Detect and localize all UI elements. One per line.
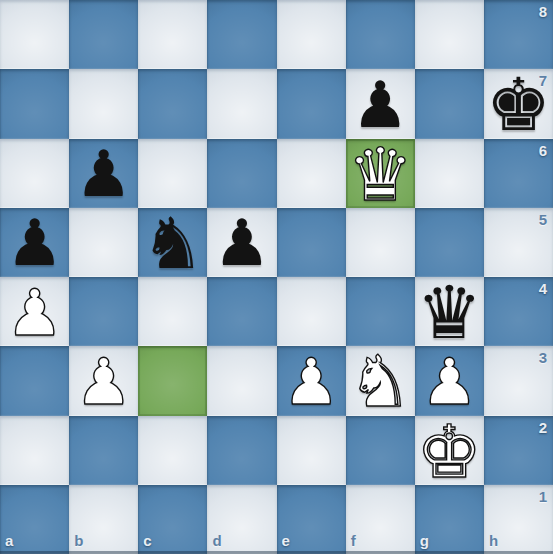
square-a7[interactable] [0, 69, 69, 138]
square-b7[interactable] [69, 69, 138, 138]
square-b2[interactable] [69, 416, 138, 485]
square-a6[interactable] [0, 139, 69, 208]
square-h7[interactable]: 7♚ [484, 69, 553, 138]
square-c8[interactable] [138, 0, 207, 69]
square-a1[interactable]: a [0, 485, 69, 554]
square-h1[interactable]: 1h [484, 485, 553, 554]
white-queen[interactable]: ♛ [347, 139, 412, 208]
square-e2[interactable] [277, 416, 346, 485]
black-pawn[interactable]: ♟ [75, 142, 132, 206]
square-b3[interactable]: ♟ [69, 346, 138, 415]
black-knight[interactable]: ♞ [141, 208, 205, 277]
square-b5[interactable] [69, 208, 138, 277]
square-f2[interactable] [346, 416, 415, 485]
square-c3[interactable] [138, 346, 207, 415]
rank-label-3: 3 [539, 350, 547, 365]
square-b6[interactable]: ♟ [69, 139, 138, 208]
square-a2[interactable] [0, 416, 69, 485]
file-label-a: a [5, 533, 13, 548]
square-d8[interactable] [207, 0, 276, 69]
square-f5[interactable] [346, 208, 415, 277]
square-f7[interactable]: ♟ [346, 69, 415, 138]
square-g6[interactable] [415, 139, 484, 208]
square-f3[interactable]: ♞ [346, 346, 415, 415]
rank-label-4: 4 [539, 281, 547, 296]
square-d7[interactable] [207, 69, 276, 138]
square-e3[interactable]: ♟ [277, 346, 346, 415]
square-h2[interactable]: 2 [484, 416, 553, 485]
square-d4[interactable] [207, 277, 276, 346]
file-label-e: e [282, 533, 290, 548]
square-g2[interactable]: ♚ [415, 416, 484, 485]
square-e8[interactable] [277, 0, 346, 69]
file-label-c: c [143, 533, 151, 548]
square-a4[interactable]: ♟ [0, 277, 69, 346]
white-king[interactable]: ♚ [417, 416, 482, 485]
square-d6[interactable] [207, 139, 276, 208]
black-pawn[interactable]: ♟ [6, 211, 63, 275]
square-g5[interactable] [415, 208, 484, 277]
square-g1[interactable]: g [415, 485, 484, 554]
white-pawn[interactable]: ♟ [421, 350, 478, 414]
square-e6[interactable] [277, 139, 346, 208]
square-b4[interactable] [69, 277, 138, 346]
square-e1[interactable]: e [277, 485, 346, 554]
square-g8[interactable] [415, 0, 484, 69]
square-d3[interactable] [207, 346, 276, 415]
square-h3[interactable]: 3 [484, 346, 553, 415]
square-h8[interactable]: 8 [484, 0, 553, 69]
square-f1[interactable]: f [346, 485, 415, 554]
white-pawn[interactable]: ♟ [6, 281, 63, 345]
square-h5[interactable]: 5 [484, 208, 553, 277]
rank-label-2: 2 [539, 420, 547, 435]
square-b1[interactable]: b [69, 485, 138, 554]
file-label-b: b [74, 533, 83, 548]
chess-board: 8♟7♚♟♛6♟♞♟5♟♛4♟♟♞♟3♚2abcdefg1h [0, 0, 553, 554]
square-h4[interactable]: 4 [484, 277, 553, 346]
square-c7[interactable] [138, 69, 207, 138]
file-label-f: f [351, 533, 356, 548]
file-label-d: d [212, 533, 221, 548]
square-a3[interactable] [0, 346, 69, 415]
black-pawn[interactable]: ♟ [213, 211, 270, 275]
square-d1[interactable]: d [207, 485, 276, 554]
square-d2[interactable] [207, 416, 276, 485]
rank-label-8: 8 [539, 4, 547, 19]
square-e5[interactable] [277, 208, 346, 277]
square-c1[interactable]: c [138, 485, 207, 554]
white-knight[interactable]: ♞ [348, 346, 412, 415]
square-g3[interactable]: ♟ [415, 346, 484, 415]
square-f4[interactable] [346, 277, 415, 346]
black-queen[interactable]: ♛ [417, 277, 482, 346]
white-pawn[interactable]: ♟ [75, 350, 132, 414]
square-c4[interactable] [138, 277, 207, 346]
rank-label-6: 6 [539, 143, 547, 158]
square-c6[interactable] [138, 139, 207, 208]
black-king[interactable]: ♚ [486, 69, 551, 138]
file-label-g: g [420, 533, 429, 548]
square-g7[interactable] [415, 69, 484, 138]
square-g4[interactable]: ♛ [415, 277, 484, 346]
square-f6[interactable]: ♛ [346, 139, 415, 208]
square-c2[interactable] [138, 416, 207, 485]
square-b8[interactable] [69, 0, 138, 69]
square-e7[interactable] [277, 69, 346, 138]
rank-label-1: 1 [539, 489, 547, 504]
square-e4[interactable] [277, 277, 346, 346]
square-a8[interactable] [0, 0, 69, 69]
rank-label-5: 5 [539, 212, 547, 227]
square-c5[interactable]: ♞ [138, 208, 207, 277]
file-label-h: h [489, 533, 498, 548]
square-a5[interactable]: ♟ [0, 208, 69, 277]
black-pawn[interactable]: ♟ [352, 73, 409, 137]
square-h6[interactable]: 6 [484, 139, 553, 208]
square-d5[interactable]: ♟ [207, 208, 276, 277]
white-pawn[interactable]: ♟ [282, 350, 339, 414]
square-f8[interactable] [346, 0, 415, 69]
